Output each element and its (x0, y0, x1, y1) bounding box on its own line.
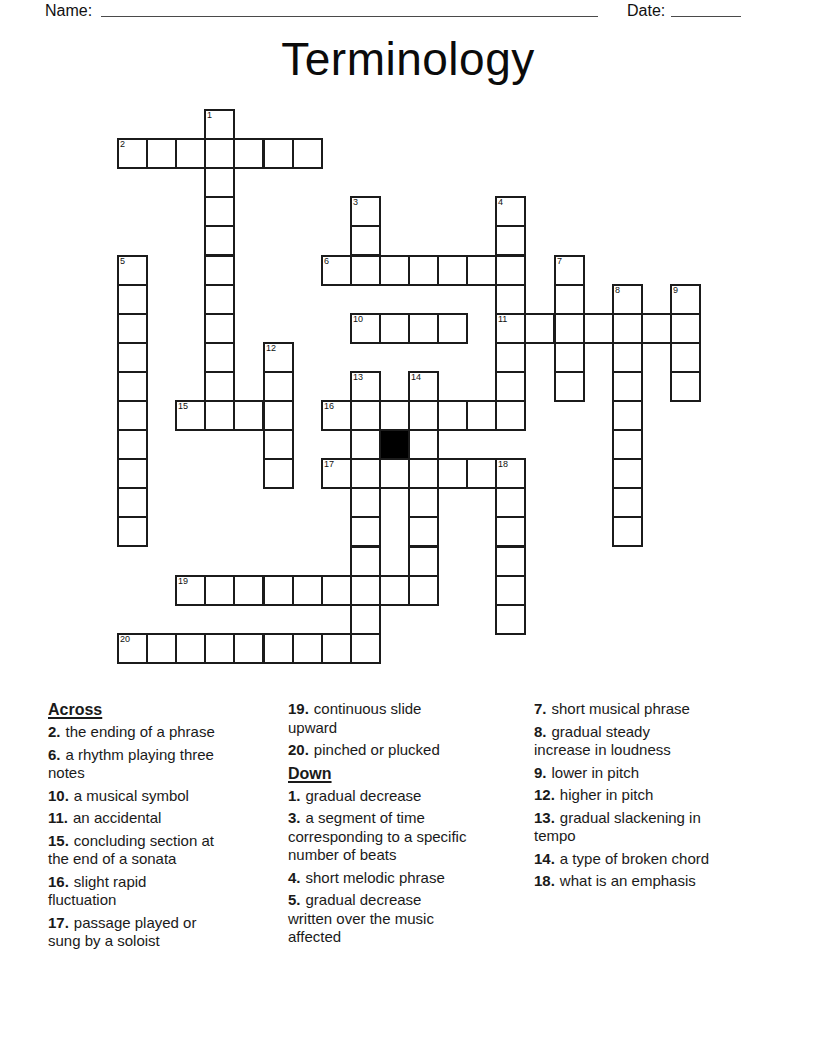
clue-number: 18. (534, 872, 555, 889)
grid-cell-r12-c10[interactable] (408, 458, 439, 489)
clue-3: 3.a segment of time corresponding to a s… (288, 809, 532, 865)
name-label: Name: (45, 2, 92, 20)
grid-cell-r13-c13[interactable] (495, 487, 526, 518)
grid-cell-r17-c13[interactable] (495, 604, 526, 635)
clue-10: 10.a musical symbol (48, 787, 284, 806)
clue-17: 17.passage played or sung by a soloist (48, 914, 284, 951)
grid-cell-r11-c17[interactable] (612, 429, 643, 460)
clue-12: 12.higher in pitch (534, 786, 776, 805)
grid-cell-r15-c8[interactable] (350, 546, 381, 577)
grid-cell-r5-c11[interactable] (437, 255, 468, 286)
grid-cell-r7-c10[interactable] (408, 313, 439, 344)
grid-cell-r5-c10[interactable] (408, 255, 439, 286)
grid-number-18: 18 (498, 459, 508, 470)
clue-number: 7. (534, 700, 547, 717)
worksheet-page: Name: Date: Terminology 1234567891011121… (0, 0, 816, 1056)
clue-1: 1.gradual decrease (288, 787, 532, 806)
clue-text: passage played or sung by a soloist (48, 914, 196, 950)
clue-number: 6. (48, 746, 61, 763)
clue-text: higher in pitch (560, 786, 653, 803)
grid-cell-r16-c6[interactable] (292, 575, 323, 606)
grid-cell-r12-c8[interactable] (350, 458, 381, 489)
clue-number: 9. (534, 764, 547, 781)
clue-text: short melodic phrase (306, 869, 445, 886)
grid-cell-r6-c0[interactable] (117, 284, 148, 315)
grid-cell-r18-c4[interactable] (233, 633, 264, 664)
clue-text: gradual decrease written over the music … (288, 891, 434, 945)
clue-text: pinched or plucked (314, 741, 440, 758)
clue-text: a type of broken chord (560, 850, 709, 867)
grid-cell-r14-c10[interactable] (408, 516, 439, 547)
grid-cell-r7-c13[interactable]: 11 (495, 313, 526, 344)
grid-number-3: 3 (353, 197, 358, 208)
grid-cell-r18-c2[interactable] (175, 633, 206, 664)
grid-number-6: 6 (324, 256, 329, 267)
clue-col-3: 7.short musical phrase8.gradual steady i… (534, 700, 776, 895)
grid-cell-r12-c17[interactable] (612, 458, 643, 489)
grid-cell-r18-c3[interactable] (204, 633, 235, 664)
grid-cell-r16-c3[interactable] (204, 575, 235, 606)
grid-number-5: 5 (120, 256, 125, 267)
grid-number-15: 15 (178, 401, 188, 412)
grid-cell-r13-c0[interactable] (117, 487, 148, 518)
date-input-line[interactable] (671, 16, 741, 17)
grid-number-1: 1 (207, 110, 212, 121)
grid-cell-r1-c1[interactable] (146, 138, 177, 169)
clue-13: 13.gradual slackening in tempo (534, 809, 776, 846)
grid-cell-r18-c6[interactable] (292, 633, 323, 664)
grid-cell-r14-c13[interactable] (495, 516, 526, 547)
grid-cell-r16-c9[interactable] (379, 575, 410, 606)
grid-cell-r6-c15[interactable] (554, 284, 585, 315)
grid-cell-r16-c8[interactable] (350, 575, 381, 606)
grid-cell-r14-c0[interactable] (117, 516, 148, 547)
grid-cell-r11-c0[interactable] (117, 429, 148, 460)
grid-number-12: 12 (266, 343, 276, 354)
grid-cell-r10-c12[interactable] (466, 400, 497, 431)
clue-text: gradual steady increase in loudness (534, 723, 671, 759)
clue-number: 14. (534, 850, 555, 867)
grid-cell-r10-c5[interactable] (263, 400, 294, 431)
grid-cell-r12-c0[interactable] (117, 458, 148, 489)
grid-cell-r10-c8[interactable] (350, 400, 381, 431)
grid-cell-r16-c5[interactable] (263, 575, 294, 606)
grid-cell-r8-c13[interactable] (495, 342, 526, 373)
grid-cell-r1-c0[interactable]: 2 (117, 138, 148, 169)
grid-cell-r5-c9[interactable] (379, 255, 410, 286)
grid-cell-r18-c5[interactable] (263, 633, 294, 664)
grid-cell-r18-c8[interactable] (350, 633, 381, 664)
grid-cell-r15-c13[interactable] (495, 546, 526, 577)
grid-cell-r18-c1[interactable] (146, 633, 177, 664)
grid-cell-r11-c8[interactable] (350, 429, 381, 460)
grid-cell-r5-c12[interactable] (466, 255, 497, 286)
grid-cell-r9-c8[interactable]: 13 (350, 371, 381, 402)
grid-cell-r10-c0[interactable] (117, 400, 148, 431)
clue-number: 17. (48, 914, 69, 931)
grid-cell-r10-c9[interactable] (379, 400, 410, 431)
grid-number-14: 14 (411, 372, 421, 383)
clue-8: 8.gradual steady increase in loudness (534, 723, 776, 760)
grid-cell-r6-c13[interactable] (495, 284, 526, 315)
clue-text: a rhythm playing three notes (48, 746, 214, 782)
grid-cell-r13-c10[interactable] (408, 487, 439, 518)
clue-number: 2. (48, 723, 61, 740)
grid-cell-r7-c9[interactable] (379, 313, 410, 344)
blocked-cell (379, 429, 410, 460)
grid-cell-r16-c4[interactable] (233, 575, 264, 606)
grid-cell-r0-c3[interactable]: 1 (204, 109, 235, 140)
grid-number-8: 8 (615, 285, 620, 296)
clue-number: 8. (534, 723, 547, 740)
grid-cell-r7-c0[interactable] (117, 313, 148, 344)
clue-19: 19.continuous slide upward (288, 700, 532, 737)
clue-6: 6.a rhythm playing three notes (48, 746, 284, 783)
name-input-line[interactable] (101, 16, 598, 17)
clue-text: gradual slackening in tempo (534, 809, 701, 845)
grid-cell-r10-c10[interactable] (408, 400, 439, 431)
clue-5: 5.gradual decrease written over the musi… (288, 891, 532, 947)
grid-cell-r9-c0[interactable] (117, 371, 148, 402)
grid-cell-r8-c19[interactable] (670, 342, 701, 373)
grid-cell-r8-c0[interactable] (117, 342, 148, 373)
grid-cell-r7-c3[interactable] (204, 313, 235, 344)
clue-9: 9.lower in pitch (534, 764, 776, 783)
grid-cell-r4-c3[interactable] (204, 225, 235, 256)
grid-cell-r6-c17[interactable]: 8 (612, 284, 643, 315)
grid-cell-r16-c2[interactable]: 19 (175, 575, 206, 606)
grid-cell-r5-c7[interactable]: 6 (321, 255, 352, 286)
grid-cell-r7-c14[interactable] (524, 313, 555, 344)
grid-cell-r1-c5[interactable] (263, 138, 294, 169)
grid-cell-r8-c15[interactable] (554, 342, 585, 373)
clue-number: 15. (48, 832, 69, 849)
grid-cell-r10-c17[interactable] (612, 400, 643, 431)
clue-14: 14.a type of broken chord (534, 850, 776, 869)
grid-cell-r1-c6[interactable] (292, 138, 323, 169)
clue-16: 16.slight rapid fluctuation (48, 873, 284, 910)
grid-cell-r6-c3[interactable] (204, 284, 235, 315)
date-label: Date: (627, 2, 665, 20)
grid-number-4: 4 (498, 197, 503, 208)
grid-cell-r10-c2[interactable]: 15 (175, 400, 206, 431)
grid-cell-r5-c15[interactable]: 7 (554, 255, 585, 286)
grid-cell-r7-c11[interactable] (437, 313, 468, 344)
grid-cell-r10-c7[interactable]: 16 (321, 400, 352, 431)
clue-number: 5. (288, 891, 301, 908)
clue-text: what is an emphasis (560, 872, 696, 889)
grid-cell-r3-c8[interactable]: 3 (350, 196, 381, 227)
grid-cell-r11-c5[interactable] (263, 429, 294, 460)
grid-cell-r9-c3[interactable] (204, 371, 235, 402)
grid-cell-r12-c9[interactable] (379, 458, 410, 489)
grid-number-11: 11 (498, 314, 507, 325)
grid-number-20: 20 (120, 634, 130, 645)
clue-number: 11. (48, 809, 68, 826)
clue-15: 15.concluding section at the end of a so… (48, 832, 284, 869)
clue-text: a segment of time corresponding to a spe… (288, 809, 466, 863)
grid-cell-r18-c0[interactable]: 20 (117, 633, 148, 664)
grid-cell-r9-c17[interactable] (612, 371, 643, 402)
grid-cell-r5-c0[interactable]: 5 (117, 255, 148, 286)
clue-text: lower in pitch (552, 764, 640, 781)
grid-cell-r7-c18[interactable] (641, 313, 672, 344)
clue-20: 20.pinched or plucked (288, 741, 532, 760)
grid-cell-r17-c8[interactable] (350, 604, 381, 635)
grid-cell-r7-c16[interactable] (583, 313, 614, 344)
grid-cell-r8-c3[interactable] (204, 342, 235, 373)
grid-cell-r10-c3[interactable] (204, 400, 235, 431)
grid-cell-r6-c19[interactable]: 9 (670, 284, 701, 315)
grid-cell-r14-c17[interactable] (612, 516, 643, 547)
grid-cell-r12-c12[interactable] (466, 458, 497, 489)
clue-number: 12. (534, 786, 555, 803)
clue-number: 16. (48, 873, 69, 890)
clue-number: 19. (288, 700, 309, 717)
grid-cell-r13-c8[interactable] (350, 487, 381, 518)
grid-cell-r9-c15[interactable] (554, 371, 585, 402)
grid-cell-r12-c13[interactable]: 18 (495, 458, 526, 489)
grid-cell-r10-c13[interactable] (495, 400, 526, 431)
clue-number: 1. (288, 787, 301, 804)
grid-cell-r1-c4[interactable] (233, 138, 264, 169)
grid-cell-r8-c5[interactable]: 12 (263, 342, 294, 373)
grid-number-9: 9 (673, 285, 678, 296)
grid-cell-r15-c10[interactable] (408, 546, 439, 577)
clue-col-2: 19.continuous slide upward20.pinched or … (288, 700, 532, 951)
grid-cell-r3-c13[interactable]: 4 (495, 196, 526, 227)
grid-cell-r10-c4[interactable] (233, 400, 264, 431)
grid-cell-r12-c11[interactable] (437, 458, 468, 489)
grid-number-10: 10 (353, 314, 363, 325)
clue-text: short musical phrase (552, 700, 690, 717)
grid-cell-r16-c10[interactable] (408, 575, 439, 606)
clue-18: 18.what is an emphasis (534, 872, 776, 891)
clue-2: 2.the ending of a phrase (48, 723, 284, 742)
grid-number-16: 16 (324, 401, 334, 412)
grid-cell-r1-c2[interactable] (175, 138, 206, 169)
clue-11: 11.an accidental (48, 809, 284, 828)
grid-cell-r9-c5[interactable] (263, 371, 294, 402)
clue-text: an accidental (73, 809, 161, 826)
grid-cell-r4-c13[interactable] (495, 225, 526, 256)
grid-cell-r5-c13[interactable] (495, 255, 526, 286)
grid-number-13: 13 (353, 372, 363, 383)
grid-cell-r9-c19[interactable] (670, 371, 701, 402)
clue-number: 20. (288, 741, 309, 758)
clue-number: 13. (534, 809, 555, 826)
grid-cell-r16-c13[interactable] (495, 575, 526, 606)
grid-cell-r12-c7[interactable]: 17 (321, 458, 352, 489)
puzzle-title: Terminology (0, 32, 816, 86)
down-header: Down (288, 764, 532, 783)
clue-7: 7.short musical phrase (534, 700, 776, 719)
clue-number: 4. (288, 869, 301, 886)
grid-cell-r9-c13[interactable] (495, 371, 526, 402)
clue-text: gradual decrease (306, 787, 422, 804)
clue-number: 3. (288, 809, 301, 826)
grid-cell-r13-c17[interactable] (612, 487, 643, 518)
grid-number-19: 19 (178, 576, 188, 587)
grid-cell-r7-c17[interactable] (612, 313, 643, 344)
grid-cell-r12-c5[interactable] (263, 458, 294, 489)
grid-cell-r14-c8[interactable] (350, 516, 381, 547)
grid-number-7: 7 (557, 256, 562, 267)
grid-cell-r3-c3[interactable] (204, 196, 235, 227)
clue-text: the ending of a phrase (66, 723, 215, 740)
clue-text: a musical symbol (74, 787, 189, 804)
grid-cell-r7-c15[interactable] (554, 313, 585, 344)
grid-cell-r7-c8[interactable]: 10 (350, 313, 381, 344)
grid-cell-r16-c7[interactable] (321, 575, 352, 606)
clue-number: 10. (48, 787, 69, 804)
grid-cell-r1-c3[interactable] (204, 138, 235, 169)
grid-number-17: 17 (324, 459, 334, 470)
grid-cell-r8-c17[interactable] (612, 342, 643, 373)
grid-cell-r7-c19[interactable] (670, 313, 701, 344)
grid-cell-r9-c10[interactable]: 14 (408, 371, 439, 402)
grid-cell-r5-c3[interactable] (204, 255, 235, 286)
grid-cell-r18-c7[interactable] (321, 633, 352, 664)
grid-number-2: 2 (120, 139, 125, 150)
across-header: Across (48, 700, 284, 719)
grid-cell-r5-c8[interactable] (350, 255, 381, 286)
clue-text: concluding section at the end of a sonat… (48, 832, 214, 868)
grid-cell-r11-c10[interactable] (408, 429, 439, 460)
grid-cell-r10-c11[interactable] (437, 400, 468, 431)
clue-4: 4.short melodic phrase (288, 869, 532, 888)
clue-col-1: Across2.the ending of a phrase6.a rhythm… (48, 700, 284, 955)
grid-cell-r4-c8[interactable] (350, 225, 381, 256)
grid-cell-r2-c3[interactable] (204, 167, 235, 198)
